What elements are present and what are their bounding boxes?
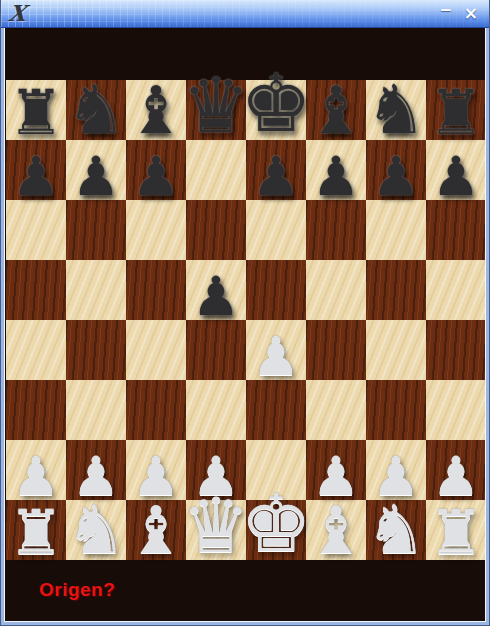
- piece-white-knight[interactable]: ♞: [366, 496, 427, 564]
- square-d1[interactable]: ♛: [186, 500, 246, 560]
- square-h1[interactable]: ♜: [426, 500, 486, 560]
- square-d6[interactable]: [186, 200, 246, 260]
- square-c7[interactable]: ♟: [126, 140, 186, 200]
- chess-board: ♜♞♝♛♚♝♞♜♟♟♟♟♟♟♟♟♟♟♟♟♟♟♟♟♜♞♝♛♚♝♞♜: [6, 80, 486, 560]
- square-f7[interactable]: ♟: [306, 140, 366, 200]
- square-e4[interactable]: ♟: [246, 320, 306, 380]
- square-e3[interactable]: [246, 380, 306, 440]
- square-b3[interactable]: [66, 380, 126, 440]
- square-d4[interactable]: [186, 320, 246, 380]
- square-c2[interactable]: ♟: [126, 440, 186, 500]
- square-h3[interactable]: [426, 380, 486, 440]
- move-origin-prompt: Origen?: [39, 579, 115, 601]
- square-a7[interactable]: ♟: [6, 140, 66, 200]
- square-e5[interactable]: [246, 260, 306, 320]
- square-g5[interactable]: [366, 260, 426, 320]
- piece-black-bishop[interactable]: ♝: [126, 78, 185, 144]
- piece-black-bishop[interactable]: ♝: [306, 78, 365, 144]
- piece-white-bishop[interactable]: ♝: [126, 498, 185, 564]
- square-e7[interactable]: ♟: [246, 140, 306, 200]
- square-a2[interactable]: ♟: [6, 440, 66, 500]
- square-h4[interactable]: [426, 320, 486, 380]
- square-c4[interactable]: [126, 320, 186, 380]
- square-g7[interactable]: ♟: [366, 140, 426, 200]
- piece-black-knight[interactable]: ♞: [366, 76, 427, 144]
- square-b7[interactable]: ♟: [66, 140, 126, 200]
- square-b5[interactable]: [66, 260, 126, 320]
- square-c5[interactable]: [126, 260, 186, 320]
- square-c1[interactable]: ♝: [126, 500, 186, 560]
- chess-app-window: X − × ♜♞♝♛♚♝♞♜♟♟♟♟♟♟♟♟♟♟♟♟♟♟♟♟♜♞♝♛♚♝♞♜ O…: [0, 0, 490, 626]
- piece-black-pawn[interactable]: ♟: [432, 150, 480, 204]
- square-f1[interactable]: ♝: [306, 500, 366, 560]
- square-a5[interactable]: [6, 260, 66, 320]
- square-e1[interactable]: ♚: [246, 500, 306, 560]
- square-a6[interactable]: [6, 200, 66, 260]
- close-button[interactable]: ×: [464, 3, 478, 23]
- square-b6[interactable]: [66, 200, 126, 260]
- square-h8[interactable]: ♜: [426, 80, 486, 140]
- piece-white-knight[interactable]: ♞: [66, 496, 127, 564]
- piece-white-rook[interactable]: ♜: [8, 502, 64, 564]
- piece-black-rook[interactable]: ♜: [8, 82, 64, 144]
- piece-black-pawn[interactable]: ♟: [72, 150, 120, 204]
- square-b8[interactable]: ♞: [66, 80, 126, 140]
- x11-logo-icon[interactable]: X: [7, 0, 29, 26]
- piece-white-rook[interactable]: ♜: [428, 502, 484, 564]
- square-e6[interactable]: [246, 200, 306, 260]
- square-d3[interactable]: [186, 380, 246, 440]
- square-a4[interactable]: [6, 320, 66, 380]
- square-a8[interactable]: ♜: [6, 80, 66, 140]
- square-g1[interactable]: ♞: [366, 500, 426, 560]
- square-h6[interactable]: [426, 200, 486, 260]
- square-c6[interactable]: [126, 200, 186, 260]
- square-g3[interactable]: [366, 380, 426, 440]
- minimize-button[interactable]: −: [439, 1, 452, 19]
- square-f6[interactable]: [306, 200, 366, 260]
- piece-white-bishop[interactable]: ♝: [306, 498, 365, 564]
- square-g6[interactable]: [366, 200, 426, 260]
- titlebar[interactable]: X − ×: [1, 0, 489, 28]
- square-b4[interactable]: [66, 320, 126, 380]
- square-a3[interactable]: [6, 380, 66, 440]
- square-f4[interactable]: [306, 320, 366, 380]
- square-d5[interactable]: ♟: [186, 260, 246, 320]
- square-g8[interactable]: ♞: [366, 80, 426, 140]
- piece-white-king[interactable]: ♚: [240, 484, 312, 564]
- piece-black-pawn[interactable]: ♟: [132, 150, 180, 204]
- square-f8[interactable]: ♝: [306, 80, 366, 140]
- square-f3[interactable]: [306, 380, 366, 440]
- square-c3[interactable]: [126, 380, 186, 440]
- square-h7[interactable]: ♟: [426, 140, 486, 200]
- square-e8[interactable]: ♚: [246, 80, 306, 140]
- piece-black-pawn[interactable]: ♟: [12, 150, 60, 204]
- square-c8[interactable]: ♝: [126, 80, 186, 140]
- board-backdrop: ♜♞♝♛♚♝♞♜♟♟♟♟♟♟♟♟♟♟♟♟♟♟♟♟♜♞♝♛♚♝♞♜ Origen?: [4, 28, 486, 622]
- piece-black-pawn[interactable]: ♟: [312, 150, 360, 204]
- square-d8[interactable]: ♛: [186, 80, 246, 140]
- piece-black-rook[interactable]: ♜: [428, 82, 484, 144]
- piece-black-king[interactable]: ♚: [240, 64, 312, 144]
- piece-black-pawn[interactable]: ♟: [192, 270, 240, 324]
- piece-black-pawn[interactable]: ♟: [372, 150, 420, 204]
- square-g4[interactable]: [366, 320, 426, 380]
- square-h5[interactable]: [426, 260, 486, 320]
- piece-white-pawn[interactable]: ♟: [252, 330, 300, 384]
- square-f5[interactable]: [306, 260, 366, 320]
- square-f2[interactable]: ♟: [306, 440, 366, 500]
- square-h2[interactable]: ♟: [426, 440, 486, 500]
- piece-black-knight[interactable]: ♞: [66, 76, 127, 144]
- piece-black-pawn[interactable]: ♟: [252, 150, 300, 204]
- square-a1[interactable]: ♜: [6, 500, 66, 560]
- square-b1[interactable]: ♞: [66, 500, 126, 560]
